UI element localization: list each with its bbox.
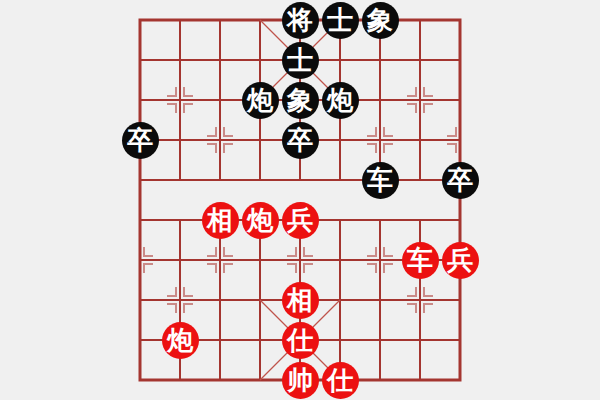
black-elephant[interactable]: 象	[362, 2, 399, 39]
red-elephant[interactable]: 相	[282, 282, 319, 319]
black-cannon[interactable]: 炮	[242, 82, 279, 119]
red-cannon[interactable]: 炮	[162, 322, 199, 359]
black-advisor[interactable]: 士	[322, 2, 359, 39]
red-chariot[interactable]: 车	[402, 242, 439, 279]
red-advisor[interactable]: 仕	[282, 322, 319, 359]
black-cannon[interactable]: 炮	[322, 82, 359, 119]
board-grid[interactable]: 将士象士炮象炮卒卒车卒相炮兵车兵相炮仕帅仕	[120, 0, 480, 400]
black-pawn[interactable]: 卒	[282, 122, 319, 159]
red-pawn[interactable]: 兵	[442, 242, 479, 279]
black-pawn[interactable]: 卒	[122, 122, 159, 159]
red-elephant[interactable]: 相	[202, 202, 239, 239]
red-pawn[interactable]: 兵	[282, 202, 319, 239]
black-chariot[interactable]: 车	[362, 162, 399, 199]
black-general[interactable]: 将	[282, 2, 319, 39]
red-advisor[interactable]: 仕	[322, 362, 359, 399]
xiangqi-app: 将士象士炮象炮卒卒车卒相炮兵车兵相炮仕帅仕	[0, 0, 600, 400]
red-general[interactable]: 帅	[282, 362, 319, 399]
black-pawn[interactable]: 卒	[442, 162, 479, 199]
red-cannon[interactable]: 炮	[242, 202, 279, 239]
black-elephant[interactable]: 象	[282, 82, 319, 119]
black-advisor[interactable]: 士	[282, 42, 319, 79]
